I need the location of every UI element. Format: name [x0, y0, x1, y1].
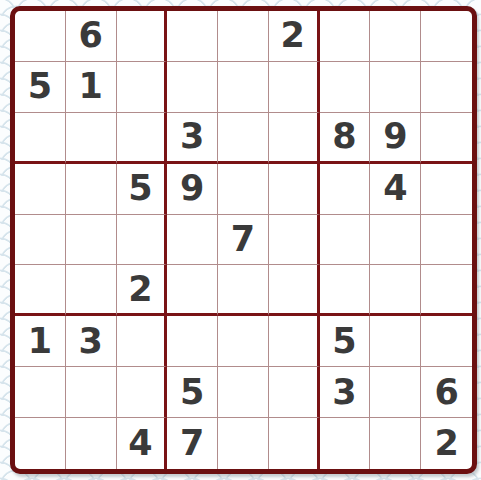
- sudoku-cell[interactable]: [269, 215, 320, 266]
- sudoku-cell[interactable]: [66, 215, 117, 266]
- sudoku-cell[interactable]: [370, 367, 421, 418]
- sudoku-cell[interactable]: [269, 316, 320, 367]
- sudoku-cell[interactable]: [117, 367, 168, 418]
- sudoku-cell[interactable]: [167, 62, 218, 113]
- sudoku-cell[interactable]: [117, 113, 168, 164]
- sudoku-cell[interactable]: [66, 367, 117, 418]
- sudoku-cell-given[interactable]: 3: [66, 316, 117, 367]
- sudoku-cell[interactable]: [66, 164, 117, 215]
- sudoku-cell[interactable]: [421, 215, 472, 266]
- sudoku-cell[interactable]: [421, 164, 472, 215]
- sudoku-cell-given[interactable]: 7: [218, 215, 269, 266]
- sudoku-cell[interactable]: [167, 316, 218, 367]
- sudoku-cell[interactable]: [370, 215, 421, 266]
- sudoku-cell[interactable]: [320, 11, 371, 62]
- sudoku-cell[interactable]: [370, 265, 421, 316]
- sudoku-cell[interactable]: [421, 11, 472, 62]
- sudoku-cell[interactable]: [421, 316, 472, 367]
- sudoku-cell[interactable]: [15, 418, 66, 469]
- sudoku-cell-given[interactable]: 9: [167, 164, 218, 215]
- sudoku-cell[interactable]: [370, 11, 421, 62]
- sudoku-cell[interactable]: [66, 113, 117, 164]
- sudoku-cell-given[interactable]: 2: [269, 11, 320, 62]
- sudoku-cell[interactable]: [117, 316, 168, 367]
- sudoku-cell[interactable]: [15, 164, 66, 215]
- sudoku-cell[interactable]: [167, 215, 218, 266]
- sudoku-cell[interactable]: [66, 418, 117, 469]
- sudoku-cell-given[interactable]: 3: [320, 367, 371, 418]
- sudoku-cell[interactable]: [15, 265, 66, 316]
- sudoku-cell[interactable]: [320, 62, 371, 113]
- page-background: 625138959472135536472: [0, 0, 481, 480]
- sudoku-board: 625138959472135536472: [10, 6, 477, 474]
- sudoku-cell[interactable]: [320, 265, 371, 316]
- sudoku-cell[interactable]: [421, 113, 472, 164]
- sudoku-cell[interactable]: [269, 113, 320, 164]
- sudoku-cell[interactable]: [66, 265, 117, 316]
- sudoku-cell[interactable]: [370, 418, 421, 469]
- sudoku-cell[interactable]: [370, 316, 421, 367]
- sudoku-cell-given[interactable]: 5: [167, 367, 218, 418]
- sudoku-cell[interactable]: [117, 215, 168, 266]
- sudoku-cell-given[interactable]: 5: [320, 316, 371, 367]
- sudoku-cell[interactable]: [269, 164, 320, 215]
- sudoku-cell[interactable]: [117, 62, 168, 113]
- sudoku-cell-given[interactable]: 6: [66, 11, 117, 62]
- sudoku-cell[interactable]: [218, 265, 269, 316]
- sudoku-cell[interactable]: [269, 367, 320, 418]
- sudoku-cell-given[interactable]: 1: [15, 316, 66, 367]
- sudoku-cell[interactable]: [269, 265, 320, 316]
- sudoku-cell[interactable]: [269, 418, 320, 469]
- sudoku-cell[interactable]: [320, 418, 371, 469]
- sudoku-cell[interactable]: [269, 62, 320, 113]
- sudoku-cell[interactable]: [320, 164, 371, 215]
- sudoku-cell-given[interactable]: 7: [167, 418, 218, 469]
- sudoku-cell[interactable]: [15, 11, 66, 62]
- sudoku-cell[interactable]: [167, 11, 218, 62]
- sudoku-cell-given[interactable]: 5: [15, 62, 66, 113]
- sudoku-cell-given[interactable]: 4: [370, 164, 421, 215]
- sudoku-cell-given[interactable]: 1: [66, 62, 117, 113]
- sudoku-cell[interactable]: [218, 11, 269, 62]
- sudoku-cell[interactable]: [15, 367, 66, 418]
- sudoku-cell[interactable]: [167, 265, 218, 316]
- sudoku-cell[interactable]: [218, 316, 269, 367]
- sudoku-cell-given[interactable]: 9: [370, 113, 421, 164]
- sudoku-cell[interactable]: [15, 113, 66, 164]
- sudoku-cell-given[interactable]: 8: [320, 113, 371, 164]
- sudoku-cell[interactable]: [218, 113, 269, 164]
- sudoku-cell[interactable]: [421, 265, 472, 316]
- sudoku-cell[interactable]: [218, 418, 269, 469]
- sudoku-cell[interactable]: [218, 164, 269, 215]
- sudoku-cell[interactable]: [218, 367, 269, 418]
- sudoku-cell[interactable]: [218, 62, 269, 113]
- sudoku-cell-given[interactable]: 3: [167, 113, 218, 164]
- sudoku-cell-given[interactable]: 5: [117, 164, 168, 215]
- sudoku-cell-given[interactable]: 2: [117, 265, 168, 316]
- sudoku-cell-given[interactable]: 6: [421, 367, 472, 418]
- sudoku-cell[interactable]: [370, 62, 421, 113]
- sudoku-cell-given[interactable]: 2: [421, 418, 472, 469]
- sudoku-cell[interactable]: [421, 62, 472, 113]
- sudoku-cell[interactable]: [117, 11, 168, 62]
- sudoku-cell[interactable]: [15, 215, 66, 266]
- sudoku-cell-given[interactable]: 4: [117, 418, 168, 469]
- sudoku-cell[interactable]: [320, 215, 371, 266]
